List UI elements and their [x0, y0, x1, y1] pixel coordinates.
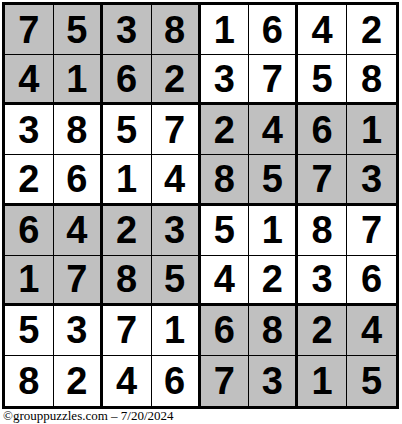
sudoku-cell-r1c6: 6 — [249, 5, 298, 55]
puzzle-page: 7538164241623758385724612614857364235187… — [0, 0, 402, 424]
sudoku-cell-r3c8: 1 — [347, 105, 396, 155]
sudoku-cell-r1c5: 1 — [201, 5, 250, 55]
sudoku-cell-r8c4: 6 — [152, 356, 201, 406]
sudoku-cell-r5c1: 6 — [5, 206, 54, 256]
sudoku-cell-r7c6: 8 — [249, 306, 298, 356]
sudoku-cell-r7c8: 4 — [347, 306, 396, 356]
sudoku-cell-r4c2: 6 — [54, 155, 103, 205]
sudoku-cell-r3c4: 7 — [152, 105, 201, 155]
sudoku-cell-r6c8: 6 — [347, 256, 396, 306]
sudoku-cell-r1c1: 7 — [5, 5, 54, 55]
sudoku-cell-r3c3: 5 — [103, 105, 152, 155]
sudoku-cell-r2c8: 8 — [347, 55, 396, 105]
sudoku-cell-r2c6: 7 — [249, 55, 298, 105]
sudoku-cell-r4c8: 3 — [347, 155, 396, 205]
sudoku-cell-r1c4: 8 — [152, 5, 201, 55]
sudoku-cell-r7c1: 5 — [5, 306, 54, 356]
sudoku-cell-r6c4: 5 — [152, 256, 201, 306]
sudoku-cell-r3c1: 3 — [5, 105, 54, 155]
sudoku-board: 7538164241623758385724612614857364235187… — [2, 2, 399, 409]
sudoku-cell-r1c8: 2 — [347, 5, 396, 55]
sudoku-cell-r4c4: 4 — [152, 155, 201, 205]
sudoku-cell-r3c5: 2 — [201, 105, 250, 155]
sudoku-cell-r2c2: 1 — [54, 55, 103, 105]
sudoku-cell-r5c5: 5 — [201, 206, 250, 256]
sudoku-cell-r5c8: 7 — [347, 206, 396, 256]
sudoku-cell-r7c2: 3 — [54, 306, 103, 356]
sudoku-cell-r6c6: 2 — [249, 256, 298, 306]
sudoku-cell-r3c2: 8 — [54, 105, 103, 155]
sudoku-cell-r8c3: 4 — [103, 356, 152, 406]
sudoku-cell-r8c5: 7 — [201, 356, 250, 406]
sudoku-cell-r5c3: 2 — [103, 206, 152, 256]
sudoku-cell-r2c4: 2 — [152, 55, 201, 105]
sudoku-cell-r4c3: 1 — [103, 155, 152, 205]
sudoku-cell-r4c5: 8 — [201, 155, 250, 205]
sudoku-cell-r6c5: 4 — [201, 256, 250, 306]
sudoku-cell-r7c7: 2 — [298, 306, 347, 356]
sudoku-cell-r2c5: 3 — [201, 55, 250, 105]
sudoku-cell-r3c6: 4 — [249, 105, 298, 155]
sudoku-cell-r5c6: 1 — [249, 206, 298, 256]
sudoku-cell-r7c4: 1 — [152, 306, 201, 356]
sudoku-cell-r8c1: 8 — [5, 356, 54, 406]
sudoku-cell-r6c2: 7 — [54, 256, 103, 306]
sudoku-cell-r2c7: 5 — [298, 55, 347, 105]
sudoku-cell-r4c1: 2 — [5, 155, 54, 205]
sudoku-cell-r8c7: 1 — [298, 356, 347, 406]
sudoku-cell-r4c7: 7 — [298, 155, 347, 205]
sudoku-cell-r5c7: 8 — [298, 206, 347, 256]
sudoku-cell-r8c2: 2 — [54, 356, 103, 406]
sudoku-cell-r1c3: 3 — [103, 5, 152, 55]
sudoku-cell-r1c7: 4 — [298, 5, 347, 55]
sudoku-cell-r7c3: 7 — [103, 306, 152, 356]
sudoku-cell-r3c7: 6 — [298, 105, 347, 155]
sudoku-cell-r2c1: 4 — [5, 55, 54, 105]
sudoku-cell-r5c4: 3 — [152, 206, 201, 256]
sudoku-cell-r8c6: 3 — [249, 356, 298, 406]
sudoku-cell-r6c3: 8 — [103, 256, 152, 306]
sudoku-cell-r8c8: 5 — [347, 356, 396, 406]
copyright-footer: ©grouppuzzles.com – 7/20/2024 — [3, 408, 174, 424]
sudoku-cell-r6c1: 1 — [5, 256, 54, 306]
sudoku-cell-r2c3: 6 — [103, 55, 152, 105]
sudoku-cell-r7c5: 6 — [201, 306, 250, 356]
sudoku-cell-r6c7: 3 — [298, 256, 347, 306]
sudoku-cell-r1c2: 5 — [54, 5, 103, 55]
sudoku-cell-r4c6: 5 — [249, 155, 298, 205]
sudoku-cell-r5c2: 4 — [54, 206, 103, 256]
